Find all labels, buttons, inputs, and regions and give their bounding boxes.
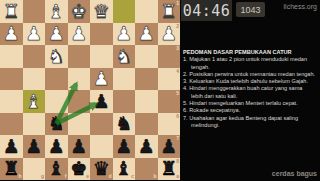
clock-time: 04:46	[183, 2, 231, 20]
white-pawn-g2[interactable]: ♟	[23, 23, 46, 46]
channel-watermark: cerdas bagus	[272, 170, 317, 177]
square-d8[interactable]: ♛d	[90, 158, 113, 181]
square-a1[interactable]: ♜1	[158, 0, 181, 23]
square-g4[interactable]	[23, 68, 46, 91]
white-knight-c3[interactable]: ♞	[113, 45, 136, 68]
square-g5[interactable]: ♝	[23, 90, 46, 113]
file-coordinate: d	[108, 174, 111, 179]
square-e7[interactable]: ♟	[68, 135, 91, 158]
square-c1[interactable]	[113, 0, 136, 23]
square-d5[interactable]: ♟	[90, 90, 113, 113]
square-b1[interactable]	[135, 0, 158, 23]
square-c6[interactable]: ♞	[113, 113, 136, 136]
guideline-item-3: 3. Keluarkan Kuda terlebih dahulu sebelu…	[183, 78, 317, 85]
square-e8[interactable]: ♚e	[68, 158, 91, 181]
white-rook-h1[interactable]: ♜	[0, 0, 23, 23]
square-c3[interactable]: ♞	[113, 45, 136, 68]
rank-coordinate: 2	[176, 24, 179, 29]
square-b5[interactable]	[135, 90, 158, 113]
rank-coordinate: 1	[176, 1, 179, 6]
square-c7[interactable]: ♟	[113, 135, 136, 158]
square-a3[interactable]: 3	[158, 45, 181, 68]
square-a4[interactable]: 4	[158, 68, 181, 91]
white-pawn-d4[interactable]: ♟	[90, 68, 113, 91]
square-a2[interactable]: ♟2	[158, 23, 181, 46]
rank-coordinate: 4	[176, 69, 179, 74]
guideline-item-5: 5. Hindari mengeluarkan Menteri terlalu …	[183, 100, 317, 107]
square-a8[interactable]: ♜8a	[158, 158, 181, 181]
rank-coordinate: 3	[176, 46, 179, 51]
square-f7[interactable]: ♟	[45, 135, 68, 158]
square-b8[interactable]: b	[135, 158, 158, 181]
square-b3[interactable]	[135, 45, 158, 68]
rank-coordinate: 6	[176, 114, 179, 119]
file-coordinate: a	[176, 174, 179, 179]
square-a7[interactable]: ♟7	[158, 135, 181, 158]
white-pawn-b2[interactable]: ♟	[135, 23, 158, 46]
rank-coordinate: 8	[176, 159, 179, 164]
square-h5[interactable]	[0, 90, 23, 113]
black-knight-c6[interactable]: ♞	[113, 113, 136, 136]
square-c2[interactable]: ♟	[113, 23, 136, 46]
square-f5[interactable]	[45, 90, 68, 113]
square-b2[interactable]: ♟	[135, 23, 158, 46]
lichess-watermark: lichess.org	[284, 3, 317, 10]
square-f4[interactable]	[45, 68, 68, 91]
rank-coordinate: 7	[176, 136, 179, 141]
guideline-item-2: 2. Posisikan perwira untuk memantau meda…	[183, 71, 317, 78]
square-h4[interactable]	[0, 68, 23, 91]
file-coordinate: b	[153, 174, 156, 179]
guideline-item-1: 1. Majukan 1 atau 2 pion untuk menduduki…	[183, 56, 317, 71]
square-e6[interactable]	[68, 113, 91, 136]
square-h8[interactable]: ♜h	[0, 158, 23, 181]
square-f3[interactable]: ♞	[45, 45, 68, 68]
square-b7[interactable]: ♟	[135, 135, 158, 158]
square-d6[interactable]	[90, 113, 113, 136]
square-g1[interactable]	[23, 0, 46, 23]
square-f6[interactable]: ♞	[45, 113, 68, 136]
file-coordinate: c	[131, 174, 134, 179]
file-coordinate: g	[41, 174, 44, 179]
black-pawn-b7[interactable]: ♟	[135, 135, 158, 158]
white-pawn-h2[interactable]: ♟	[0, 23, 23, 46]
square-b6[interactable]	[135, 113, 158, 136]
square-c8[interactable]: ♝c	[113, 158, 136, 181]
square-d7[interactable]	[90, 135, 113, 158]
black-pawn-h7[interactable]: ♟	[0, 135, 23, 158]
guideline-list: 1. Majukan 1 atau 2 pion untuk menduduki…	[183, 56, 317, 129]
square-h6[interactable]	[0, 113, 23, 136]
white-knight-f3[interactable]: ♞	[45, 45, 68, 68]
square-h2[interactable]: ♟	[0, 23, 23, 46]
square-e4[interactable]	[68, 68, 91, 91]
square-h7[interactable]: ♟	[0, 135, 23, 158]
square-d3[interactable]	[90, 45, 113, 68]
white-pawn-f2[interactable]: ♟	[45, 23, 68, 46]
file-coordinate: h	[18, 174, 21, 179]
black-pawn-c7[interactable]: ♟	[113, 135, 136, 158]
square-g6[interactable]	[23, 113, 46, 136]
white-bishop-f1[interactable]: ♝	[45, 0, 68, 23]
square-g7[interactable]: ♟	[23, 135, 46, 158]
square-f8[interactable]: ♝f	[45, 158, 68, 181]
guideline-item-6: 6. Rokade secepatnya.	[183, 107, 317, 114]
square-c4[interactable]	[113, 68, 136, 91]
chess-board[interactable]: ♜♝♚♛♜1♟♟♟♟♟♟♟2♞♞3♟4♝♟5♞♞6♟♟♟♟♟♟♟7♜hg♝f♚e…	[0, 0, 180, 180]
square-a6[interactable]: 6	[158, 113, 181, 136]
black-pawn-g7[interactable]: ♟	[23, 135, 46, 158]
white-queen-d1[interactable]: ♛	[90, 0, 113, 23]
square-d4[interactable]: ♟	[90, 68, 113, 91]
square-h3[interactable]	[0, 45, 23, 68]
square-h1[interactable]: ♜	[0, 0, 23, 23]
black-pawn-f7[interactable]: ♟	[45, 135, 68, 158]
file-coordinate: e	[86, 174, 89, 179]
file-coordinate: f	[65, 174, 67, 179]
square-c5[interactable]	[113, 90, 136, 113]
square-g2[interactable]: ♟	[23, 23, 46, 46]
square-f1[interactable]: ♝	[45, 0, 68, 23]
square-a5[interactable]: 5	[158, 90, 181, 113]
square-e3[interactable]	[68, 45, 91, 68]
white-pawn-c2[interactable]: ♟	[113, 23, 136, 46]
square-g3[interactable]	[23, 45, 46, 68]
square-d2[interactable]	[90, 23, 113, 46]
rank-coordinate: 5	[176, 91, 179, 96]
square-b4[interactable]	[135, 68, 158, 91]
clock: 04:46	[181, 0, 232, 21]
black-knight-f6[interactable]: ♞	[45, 113, 68, 136]
square-g8[interactable]: g	[23, 158, 46, 181]
black-pawn-e7[interactable]: ♟	[68, 135, 91, 158]
guideline-item-4: 4. Hindari menggerakkan buah catur yang …	[183, 85, 317, 100]
rating-badge: 1043	[236, 2, 265, 17]
square-e2[interactable]: ♟	[68, 23, 91, 46]
rating-value: 1043	[240, 5, 260, 15]
white-bishop-g5[interactable]: ♝	[23, 90, 46, 113]
white-pawn-e2[interactable]: ♟	[68, 23, 91, 46]
square-f2[interactable]: ♟	[45, 23, 68, 46]
black-pawn-d5[interactable]: ♟	[90, 90, 113, 113]
video-frame: ♜♝♚♛♜1♟♟♟♟♟♟♟2♞♞3♟4♝♟5♞♞6♟♟♟♟♟♟♟7♜hg♝f♚e…	[0, 0, 320, 180]
guideline-item-7: 7. Usahakan agar kedua Benteng dapat sal…	[183, 115, 317, 130]
square-e1[interactable]: ♚	[68, 0, 91, 23]
guidelines-title: PEDOMAN DASAR PEMBUKAAN CATUR	[183, 49, 317, 56]
opening-guidelines-panel: PEDOMAN DASAR PEMBUKAAN CATUR 1. Majukan…	[183, 49, 317, 129]
square-e5[interactable]	[68, 90, 91, 113]
white-king-e1[interactable]: ♚	[68, 0, 91, 23]
square-d1[interactable]: ♛	[90, 0, 113, 23]
